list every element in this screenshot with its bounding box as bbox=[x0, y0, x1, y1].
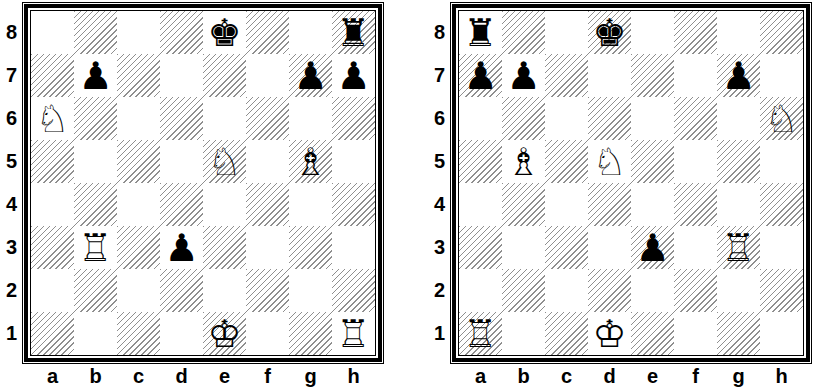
board-frame: ♚♜♟♟♟♘♘♗♖♟♔♖ bbox=[22, 2, 384, 364]
square-a1: ♖ bbox=[459, 312, 502, 355]
piece-black-king: ♚ bbox=[588, 11, 631, 54]
square-a4 bbox=[459, 183, 502, 226]
piece-black-pawn: ♟ bbox=[332, 54, 375, 97]
file-label-c: c bbox=[117, 365, 160, 387]
file-label-g: g bbox=[289, 365, 332, 387]
square-c4 bbox=[117, 183, 160, 226]
square-b7: ♟ bbox=[74, 54, 117, 97]
square-d4 bbox=[588, 183, 631, 226]
square-g4 bbox=[717, 183, 760, 226]
square-a3 bbox=[31, 226, 74, 269]
square-e3: ♟ bbox=[631, 226, 674, 269]
square-f5 bbox=[674, 140, 717, 183]
rank-label-1: 1 bbox=[2, 312, 22, 355]
square-e6 bbox=[203, 97, 246, 140]
file-label-f: f bbox=[246, 365, 289, 387]
square-b5 bbox=[74, 140, 117, 183]
square-a7 bbox=[31, 54, 74, 97]
square-d3: ♟ bbox=[160, 226, 203, 269]
chess-board: ♜♚♟♟♟♘♗♘♟♖♖♔ bbox=[459, 11, 803, 355]
square-h3 bbox=[760, 226, 803, 269]
square-d1: ♔ bbox=[588, 312, 631, 355]
piece-white-bishop: ♗ bbox=[289, 140, 332, 183]
rank-labels: 87654321 bbox=[430, 2, 450, 364]
square-b2 bbox=[74, 269, 117, 312]
square-g7: ♟ bbox=[289, 54, 332, 97]
square-f8 bbox=[674, 11, 717, 54]
square-e7 bbox=[203, 54, 246, 97]
square-c2 bbox=[117, 269, 160, 312]
square-h8 bbox=[760, 11, 803, 54]
square-f5 bbox=[246, 140, 289, 183]
square-a7: ♟ bbox=[459, 54, 502, 97]
square-g2 bbox=[289, 269, 332, 312]
file-label-c: c bbox=[545, 365, 588, 387]
rank-label-7: 7 bbox=[2, 54, 22, 97]
square-h7: ♟ bbox=[332, 54, 375, 97]
square-f7 bbox=[246, 54, 289, 97]
square-d7 bbox=[160, 54, 203, 97]
square-f4 bbox=[674, 183, 717, 226]
piece-black-rook: ♜ bbox=[332, 11, 375, 54]
square-h5 bbox=[332, 140, 375, 183]
square-b8 bbox=[74, 11, 117, 54]
square-d8 bbox=[160, 11, 203, 54]
square-h7 bbox=[760, 54, 803, 97]
rank-label-2: 2 bbox=[430, 269, 450, 312]
file-label-b: b bbox=[74, 365, 117, 387]
square-d6 bbox=[588, 97, 631, 140]
square-c4 bbox=[545, 183, 588, 226]
rank-label-6: 6 bbox=[2, 97, 22, 140]
square-c3 bbox=[545, 226, 588, 269]
square-b8 bbox=[502, 11, 545, 54]
square-e7 bbox=[631, 54, 674, 97]
square-a1 bbox=[31, 312, 74, 355]
square-c1 bbox=[545, 312, 588, 355]
square-c5 bbox=[545, 140, 588, 183]
square-c6 bbox=[117, 97, 160, 140]
square-h1: ♖ bbox=[332, 312, 375, 355]
square-d7 bbox=[588, 54, 631, 97]
piece-white-rook: ♖ bbox=[74, 226, 117, 269]
square-g6 bbox=[289, 97, 332, 140]
square-d5 bbox=[160, 140, 203, 183]
square-g5 bbox=[717, 140, 760, 183]
square-c6 bbox=[545, 97, 588, 140]
file-label-h: h bbox=[760, 365, 803, 387]
square-d1 bbox=[160, 312, 203, 355]
square-f3 bbox=[246, 226, 289, 269]
square-a4 bbox=[31, 183, 74, 226]
rank-label-7: 7 bbox=[430, 54, 450, 97]
piece-black-pawn: ♟ bbox=[631, 226, 674, 269]
square-e1 bbox=[631, 312, 674, 355]
piece-white-knight: ♘ bbox=[203, 140, 246, 183]
square-b6 bbox=[502, 97, 545, 140]
file-label-b: b bbox=[502, 365, 545, 387]
square-f6 bbox=[246, 97, 289, 140]
square-b4 bbox=[502, 183, 545, 226]
square-h4 bbox=[760, 183, 803, 226]
piece-white-king: ♔ bbox=[203, 312, 246, 355]
file-labels: abcdefgh bbox=[450, 365, 812, 387]
square-g1 bbox=[717, 312, 760, 355]
piece-white-knight: ♘ bbox=[760, 97, 803, 140]
square-c3 bbox=[117, 226, 160, 269]
square-b4 bbox=[74, 183, 117, 226]
square-a6 bbox=[459, 97, 502, 140]
diagram-pair: 87654321 ♚♜♟♟♟♘♘♗♖♟♔♖ abcdefgh 87654321 … bbox=[0, 0, 817, 387]
square-h3 bbox=[332, 226, 375, 269]
square-a2 bbox=[459, 269, 502, 312]
square-f7 bbox=[674, 54, 717, 97]
square-d2 bbox=[588, 269, 631, 312]
file-labels: abcdefgh bbox=[22, 365, 384, 387]
square-f4 bbox=[246, 183, 289, 226]
board-frame-inner-border: ♜♚♟♟♟♘♗♘♟♖♖♔ bbox=[452, 4, 810, 362]
square-a3 bbox=[459, 226, 502, 269]
square-a5 bbox=[459, 140, 502, 183]
page: 87654321 ♚♜♟♟♟♘♘♗♖♟♔♖ abcdefgh 87654321 … bbox=[0, 0, 817, 387]
square-a6: ♘ bbox=[31, 97, 74, 140]
square-g3 bbox=[289, 226, 332, 269]
square-h6: ♘ bbox=[760, 97, 803, 140]
piece-white-knight: ♘ bbox=[31, 97, 74, 140]
board-frame: ♜♚♟♟♟♘♗♘♟♖♖♔ bbox=[450, 2, 812, 364]
file-label-e: e bbox=[631, 365, 674, 387]
rank-label-8: 8 bbox=[2, 11, 22, 54]
piece-black-pawn: ♟ bbox=[160, 226, 203, 269]
file-label-a: a bbox=[459, 365, 502, 387]
square-h5 bbox=[760, 140, 803, 183]
square-c1 bbox=[117, 312, 160, 355]
rank-label-5: 5 bbox=[2, 140, 22, 183]
file-label-f: f bbox=[674, 365, 717, 387]
rank-label-4: 4 bbox=[430, 183, 450, 226]
square-f8 bbox=[246, 11, 289, 54]
file-label-e: e bbox=[203, 365, 246, 387]
piece-white-rook: ♖ bbox=[332, 312, 375, 355]
square-g3: ♖ bbox=[717, 226, 760, 269]
square-b3: ♖ bbox=[74, 226, 117, 269]
square-f6 bbox=[674, 97, 717, 140]
piece-black-pawn: ♟ bbox=[502, 54, 545, 97]
rank-labels: 87654321 bbox=[2, 2, 22, 364]
square-g2 bbox=[717, 269, 760, 312]
square-g8 bbox=[717, 11, 760, 54]
square-a8: ♜ bbox=[459, 11, 502, 54]
square-g8 bbox=[289, 11, 332, 54]
square-c7 bbox=[117, 54, 160, 97]
square-e2 bbox=[203, 269, 246, 312]
square-e2 bbox=[631, 269, 674, 312]
square-d5: ♘ bbox=[588, 140, 631, 183]
square-f2 bbox=[674, 269, 717, 312]
square-f2 bbox=[246, 269, 289, 312]
square-e5: ♘ bbox=[203, 140, 246, 183]
piece-black-pawn: ♟ bbox=[717, 54, 760, 97]
piece-white-knight: ♘ bbox=[588, 140, 631, 183]
square-d4 bbox=[160, 183, 203, 226]
file-label-h: h bbox=[332, 365, 375, 387]
square-f3 bbox=[674, 226, 717, 269]
square-d6 bbox=[160, 97, 203, 140]
square-e5 bbox=[631, 140, 674, 183]
left-diagram: 87654321 ♚♜♟♟♟♘♘♗♖♟♔♖ abcdefgh bbox=[2, 2, 384, 387]
square-c8 bbox=[117, 11, 160, 54]
square-b1 bbox=[74, 312, 117, 355]
square-c8 bbox=[545, 11, 588, 54]
square-b2 bbox=[502, 269, 545, 312]
square-g1 bbox=[289, 312, 332, 355]
rank-label-2: 2 bbox=[2, 269, 22, 312]
square-b5: ♗ bbox=[502, 140, 545, 183]
square-h2 bbox=[332, 269, 375, 312]
square-e1: ♔ bbox=[203, 312, 246, 355]
square-g7: ♟ bbox=[717, 54, 760, 97]
square-f1 bbox=[246, 312, 289, 355]
square-c2 bbox=[545, 269, 588, 312]
rank-label-8: 8 bbox=[430, 11, 450, 54]
rank-label-3: 3 bbox=[430, 226, 450, 269]
square-c7 bbox=[545, 54, 588, 97]
file-label-g: g bbox=[717, 365, 760, 387]
piece-black-pawn: ♟ bbox=[459, 54, 502, 97]
file-label-a: a bbox=[31, 365, 74, 387]
square-g5: ♗ bbox=[289, 140, 332, 183]
piece-black-pawn: ♟ bbox=[74, 54, 117, 97]
square-b1 bbox=[502, 312, 545, 355]
rank-label-5: 5 bbox=[430, 140, 450, 183]
piece-white-rook: ♖ bbox=[459, 312, 502, 355]
board-frame-inner-border: ♚♜♟♟♟♘♘♗♖♟♔♖ bbox=[24, 4, 382, 362]
square-g4 bbox=[289, 183, 332, 226]
square-a2 bbox=[31, 269, 74, 312]
file-label-d: d bbox=[160, 365, 203, 387]
square-h8: ♜ bbox=[332, 11, 375, 54]
square-e4 bbox=[203, 183, 246, 226]
square-a8 bbox=[31, 11, 74, 54]
square-d3 bbox=[588, 226, 631, 269]
square-h4 bbox=[332, 183, 375, 226]
piece-black-rook: ♜ bbox=[459, 11, 502, 54]
square-d2 bbox=[160, 269, 203, 312]
square-e8 bbox=[631, 11, 674, 54]
chess-board: ♚♜♟♟♟♘♘♗♖♟♔♖ bbox=[31, 11, 375, 355]
square-e6 bbox=[631, 97, 674, 140]
piece-white-king: ♔ bbox=[588, 312, 631, 355]
rank-label-4: 4 bbox=[2, 183, 22, 226]
right-diagram: 87654321 ♜♚♟♟♟♘♗♘♟♖♖♔ abcdefgh bbox=[430, 2, 812, 387]
piece-black-pawn: ♟ bbox=[289, 54, 332, 97]
square-h6 bbox=[332, 97, 375, 140]
piece-white-rook: ♖ bbox=[717, 226, 760, 269]
square-b7: ♟ bbox=[502, 54, 545, 97]
square-a5 bbox=[31, 140, 74, 183]
square-d8: ♚ bbox=[588, 11, 631, 54]
square-e8: ♚ bbox=[203, 11, 246, 54]
square-g6 bbox=[717, 97, 760, 140]
square-h1 bbox=[760, 312, 803, 355]
piece-black-king: ♚ bbox=[203, 11, 246, 54]
square-b6 bbox=[74, 97, 117, 140]
file-label-d: d bbox=[588, 365, 631, 387]
rank-label-6: 6 bbox=[430, 97, 450, 140]
square-b3 bbox=[502, 226, 545, 269]
square-f1 bbox=[674, 312, 717, 355]
rank-label-3: 3 bbox=[2, 226, 22, 269]
rank-label-1: 1 bbox=[430, 312, 450, 355]
square-e4 bbox=[631, 183, 674, 226]
piece-white-bishop: ♗ bbox=[502, 140, 545, 183]
square-c5 bbox=[117, 140, 160, 183]
square-h2 bbox=[760, 269, 803, 312]
square-e3 bbox=[203, 226, 246, 269]
